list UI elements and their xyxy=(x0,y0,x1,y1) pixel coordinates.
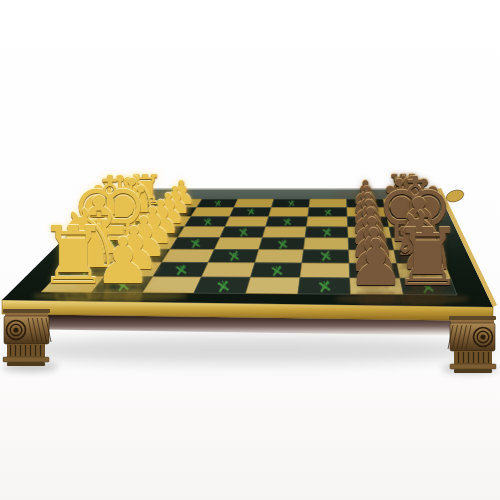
square-h5[interactable] xyxy=(246,277,300,294)
piece-black-pawn-h7[interactable]: ♟ xyxy=(347,232,404,296)
board-foot-front-right xyxy=(448,316,496,373)
board-shadow xyxy=(2,336,498,364)
board-foot-front-left xyxy=(3,309,51,366)
square-b3[interactable] xyxy=(191,208,234,217)
product-photo-stage: ××××××××××××××××××××××××××××××××××××××××… xyxy=(0,0,500,500)
piece-white-rook-h1[interactable]: ♜ xyxy=(38,216,109,295)
